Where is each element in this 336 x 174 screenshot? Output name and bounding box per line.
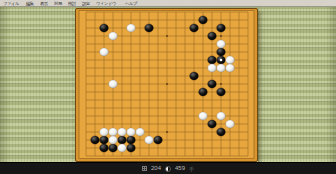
stone <box>118 136 127 144</box>
stone <box>208 64 217 72</box>
stone <box>226 120 235 128</box>
stone <box>127 144 136 152</box>
stone <box>217 40 226 48</box>
stone <box>208 120 217 128</box>
menu-item-play[interactable]: 対局 <box>54 0 62 5</box>
stone <box>100 24 109 32</box>
go-board-svg <box>75 8 258 162</box>
stone <box>226 64 235 72</box>
menu-item-settings[interactable]: 設定 <box>82 0 90 5</box>
stone <box>109 144 118 152</box>
stone <box>199 112 208 120</box>
move-number: 204 <box>151 163 161 174</box>
go-app-window: ファイル 編集 表示 対局 検討 設定 ウィンドウ ヘルプ <box>0 0 336 174</box>
stone <box>100 128 109 136</box>
stone <box>127 136 136 144</box>
stone <box>217 88 226 96</box>
menu-item-window[interactable]: ウィンドウ <box>96 0 116 5</box>
last-move-marker <box>220 59 223 62</box>
stone <box>190 72 199 80</box>
stone <box>100 48 109 56</box>
stone <box>208 56 217 64</box>
stone-icon <box>165 166 171 172</box>
menu-item-review[interactable]: 検討 <box>68 0 76 5</box>
menu-item-help[interactable]: ヘルプ <box>125 0 137 5</box>
menu-item-edit[interactable]: 編集 <box>26 0 34 5</box>
menu-item-file[interactable]: ファイル <box>3 0 19 5</box>
stone <box>118 128 127 136</box>
stone <box>100 144 109 152</box>
stone <box>109 128 118 136</box>
stone <box>145 136 154 144</box>
stone <box>145 24 154 32</box>
stone <box>91 136 100 144</box>
stone <box>208 80 217 88</box>
status-bar: 204 459 手 <box>0 162 336 174</box>
stone <box>217 128 226 136</box>
stone <box>118 144 127 152</box>
stone <box>136 128 145 136</box>
stone <box>109 32 118 40</box>
stone <box>127 24 136 32</box>
stone <box>217 112 226 120</box>
stone <box>154 136 163 144</box>
stone <box>208 32 217 40</box>
stone <box>226 56 235 64</box>
stone <box>217 24 226 32</box>
stone <box>127 128 136 136</box>
stone <box>190 24 199 32</box>
stone <box>100 136 109 144</box>
stone <box>217 64 226 72</box>
stone <box>217 48 226 56</box>
stone <box>109 136 118 144</box>
kifu-icon <box>142 166 147 171</box>
stone <box>109 80 118 88</box>
stone <box>199 88 208 96</box>
menu-bar: ファイル 編集 表示 対局 検討 設定 ウィンドウ ヘルプ <box>0 0 336 7</box>
total-moves: 459 <box>175 163 185 174</box>
menu-item-view[interactable]: 表示 <box>40 0 48 5</box>
go-board[interactable] <box>75 8 258 162</box>
stone <box>199 16 208 24</box>
moves-unit-label: 手 <box>189 166 194 172</box>
